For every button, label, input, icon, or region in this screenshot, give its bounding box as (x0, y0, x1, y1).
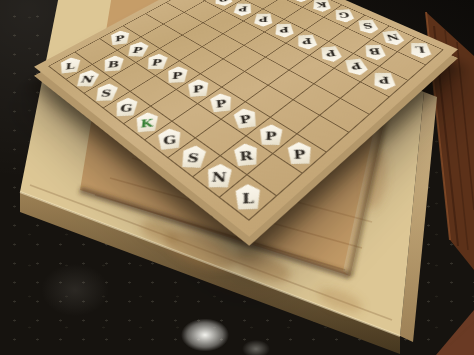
wood-plank-right (426, 12, 474, 270)
wood-corner-bottom-right (436, 310, 474, 355)
wood-knot (210, 207, 216, 217)
scenery (0, 0, 474, 355)
wooden-box (20, 0, 437, 354)
scene-photo: LPPLNBPPRNSPPSGPPGKPPKGPPGSPPSNRPPBNLPPL (0, 0, 474, 355)
